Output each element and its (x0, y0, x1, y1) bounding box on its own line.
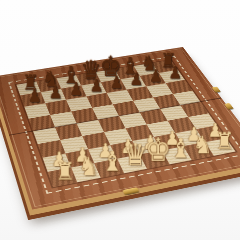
chess-board-grid: ♜♞♝♛♚♝♞♜♟♟♟♟♟♟♟♟♟♟♟♟♟♟♟♟♜♞♝♛♚♝♞♜ (16, 60, 235, 187)
brass-hinge-icon (212, 86, 221, 92)
chess-set-photo: ♜♞♝♛♚♝♞♜♟♟♟♟♟♟♟♟♟♟♟♟♟♟♟♟♜♞♝♛♚♝♞♜ (0, 0, 240, 240)
piece-black-pawn[interactable]: ♟ (17, 87, 52, 105)
square-a1[interactable]: ♜ (48, 168, 77, 188)
piece-white-rook[interactable]: ♜ (45, 160, 85, 185)
square-b4[interactable] (55, 123, 82, 140)
square-h5[interactable] (173, 91, 200, 106)
brass-hinge-icon (224, 103, 234, 110)
square-c5[interactable] (71, 108, 98, 124)
